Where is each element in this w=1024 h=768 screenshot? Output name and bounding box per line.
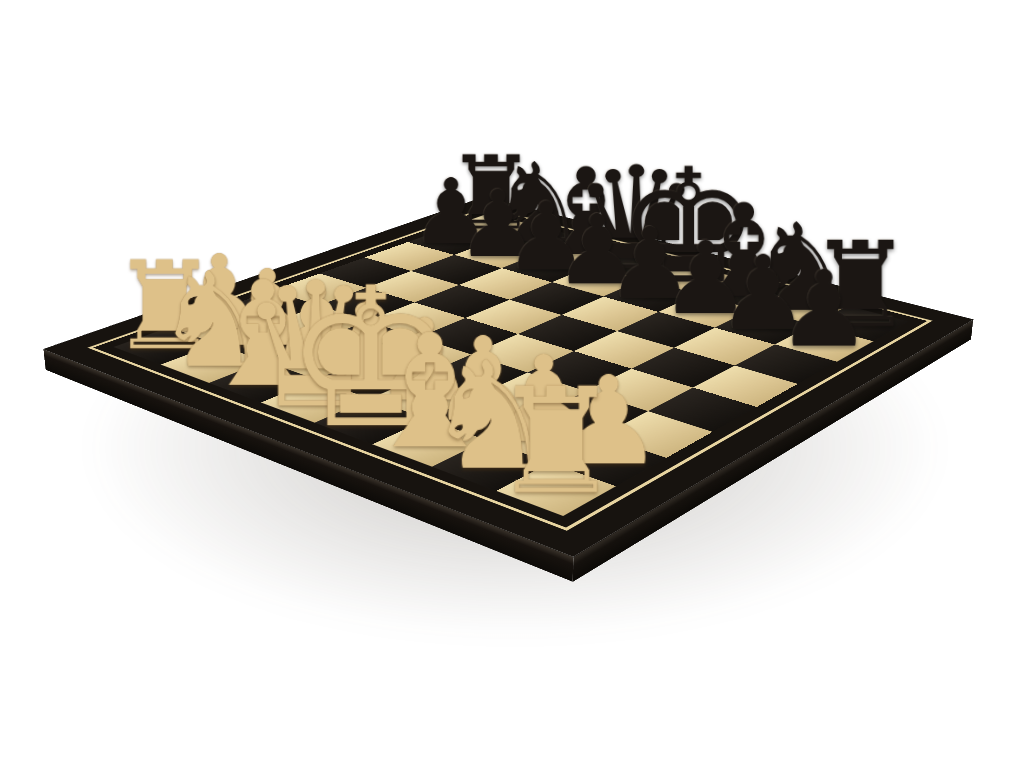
board-squares: ♜♞♝♛♚♝♞♜♟♟♟♟♟♟♟♟♟♟♟♟♟♟♟♟♜♞♝♛♚♝♞♜ xyxy=(114,213,909,516)
piece-black-pawn[interactable]: ♟ xyxy=(777,256,871,361)
scene: ♜♞♝♛♚♝♞♜♟♟♟♟♟♟♟♟♟♟♟♟♟♟♟♟♜♞♝♛♚♝♞♜ xyxy=(0,0,1024,768)
chess-board: ♜♞♝♛♚♝♞♜♟♟♟♟♟♟♟♟♟♟♟♟♟♟♟♟♜♞♝♛♚♝♞♜ xyxy=(43,197,973,557)
